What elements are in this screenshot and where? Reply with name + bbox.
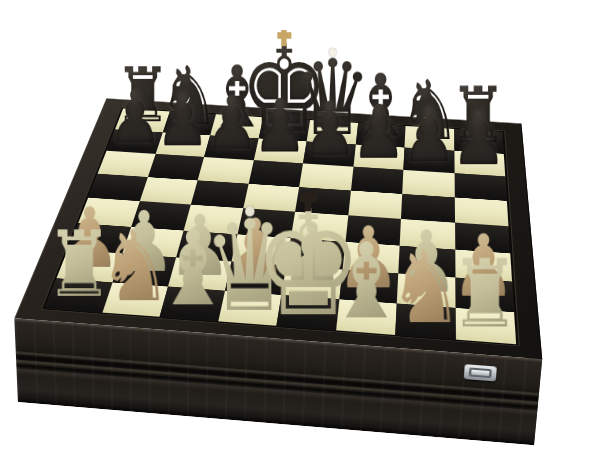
pawn-glyph: ♟ [351, 96, 407, 170]
pawn-glyph: ♟ [253, 90, 308, 163]
pawn-glyph: ♟ [204, 87, 259, 160]
square-c7: ♟ [204, 135, 258, 160]
square-h1: ♜ [455, 308, 516, 345]
square-e7: ♟ [303, 141, 355, 166]
piece-black-pawn: ♟ [156, 84, 211, 145]
square-a7: ♟ [107, 129, 163, 154]
square-a6 [98, 151, 156, 177]
front-right-latch [464, 365, 497, 382]
square-h6 [454, 173, 507, 200]
piece-black-pawn: ♟ [401, 98, 457, 160]
square-h7: ♟ [454, 150, 505, 176]
piece-black-pawn: ♟ [451, 101, 507, 163]
pawn-glyph: ♟ [107, 81, 162, 154]
chess-board: ♜♞♝♚♛♝♞♜♟♟♟♟♟♟♟♟♟♟♟♟♟♟♟♟♜♞♝♛♚♝♞♜ [45, 109, 516, 345]
piece-black-pawn: ♟ [302, 93, 358, 154]
square-g1: ♞ [395, 303, 455, 339]
chess-set-scene: ♜♞♝♚♛♝♞♜♟♟♟♟♟♟♟♟♟♟♟♟♟♟♟♟♜♞♝♛♚♝♞♜ [0, 0, 600, 450]
piece-black-pawn: ♟ [204, 87, 259, 148]
rook-glyph: ♜ [450, 247, 521, 341]
photo-background: ♜♞♝♚♛♝♞♜♟♟♟♟♟♟♟♟♟♟♟♟♟♟♟♟♜♞♝♛♚♝♞♜ [0, 0, 600, 450]
piece-black-pawn: ♟ [253, 90, 308, 151]
square-g7: ♟ [403, 147, 454, 173]
case-top-rim: ♜♞♝♚♛♝♞♜♟♟♟♟♟♟♟♟♟♟♟♟♟♟♟♟♜♞♝♛♚♝♞♜ [14, 98, 542, 359]
square-b7: ♟ [155, 132, 210, 157]
square-b6 [147, 154, 204, 180]
pawn-glyph: ♟ [451, 101, 507, 176]
square-c6 [198, 157, 254, 183]
square-d7: ♟ [253, 138, 306, 163]
square-g6 [402, 170, 454, 197]
square-f7: ♟ [353, 144, 404, 170]
pawn-glyph: ♟ [156, 84, 211, 157]
white-king-finial [305, 188, 312, 211]
piece-white-rook: ♜ [450, 247, 521, 325]
piece-black-pawn: ♟ [351, 96, 407, 157]
pawn-glyph: ♟ [401, 98, 457, 172]
pawn-glyph: ♟ [302, 93, 358, 167]
piece-black-pawn: ♟ [107, 81, 162, 141]
black-queen-finial [329, 48, 336, 57]
chess-case: ♜♞♝♚♛♝♞♜♟♟♟♟♟♟♟♟♟♟♟♟♟♟♟♟♜♞♝♛♚♝♞♜ [18, 168, 534, 445]
black-king-finial [282, 27, 287, 46]
